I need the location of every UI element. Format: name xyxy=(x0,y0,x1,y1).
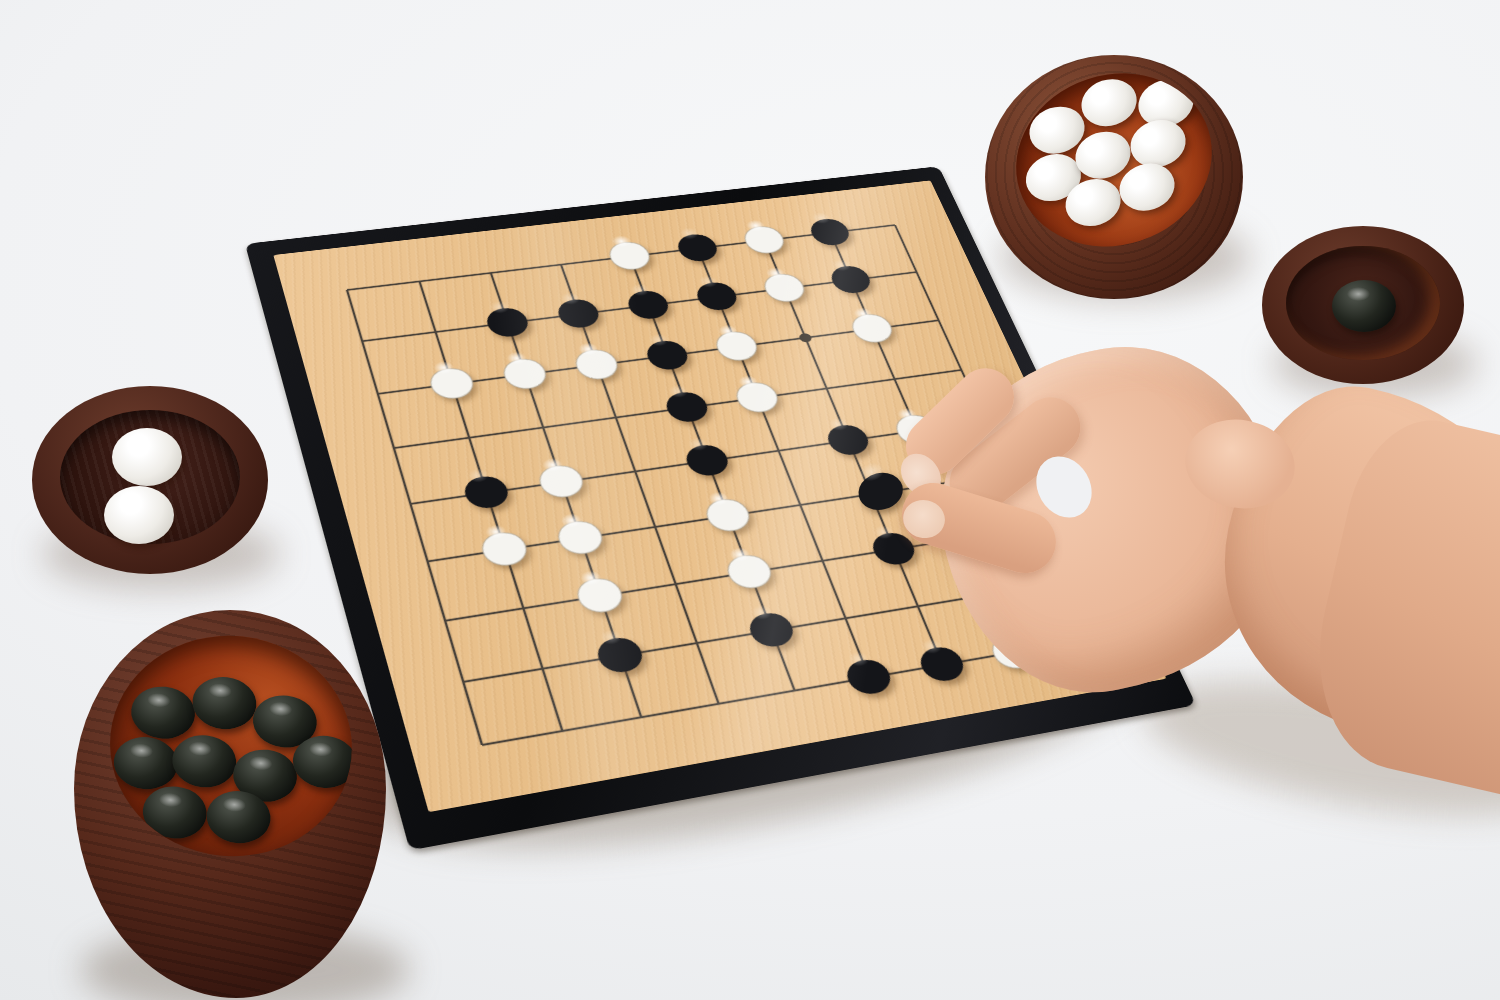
stone-white-B7: ● xyxy=(414,349,488,409)
captured-white-stone-1 xyxy=(112,428,182,486)
captured-white-stone-2 xyxy=(104,486,174,544)
stone-white-C7: ● xyxy=(487,340,561,399)
stone-white-D7: ● xyxy=(558,331,631,390)
black-capture-lid xyxy=(1262,226,1464,384)
stone-white-F6: ● xyxy=(718,363,792,422)
stone-white-B4: ● xyxy=(464,511,541,577)
lid-dish xyxy=(60,410,240,544)
white-stone-bowl xyxy=(985,55,1243,299)
bowl-black-stone-4 xyxy=(111,734,180,792)
captured-black-stone-1 xyxy=(1332,280,1396,332)
bowl-black-stone-2 xyxy=(190,674,259,732)
stone-black-E2: ● xyxy=(730,590,810,658)
white-capture-lid xyxy=(32,386,268,574)
stone-white-G8: ● xyxy=(747,256,819,311)
bowl-black-stone-1 xyxy=(129,684,198,742)
bowl-black-stone-5 xyxy=(170,732,239,790)
lid-dish xyxy=(1286,246,1440,360)
stone-black-C2: ● xyxy=(578,615,658,685)
bowl-white-stone-2 xyxy=(1075,72,1142,133)
black-stone-bowl xyxy=(74,610,386,998)
